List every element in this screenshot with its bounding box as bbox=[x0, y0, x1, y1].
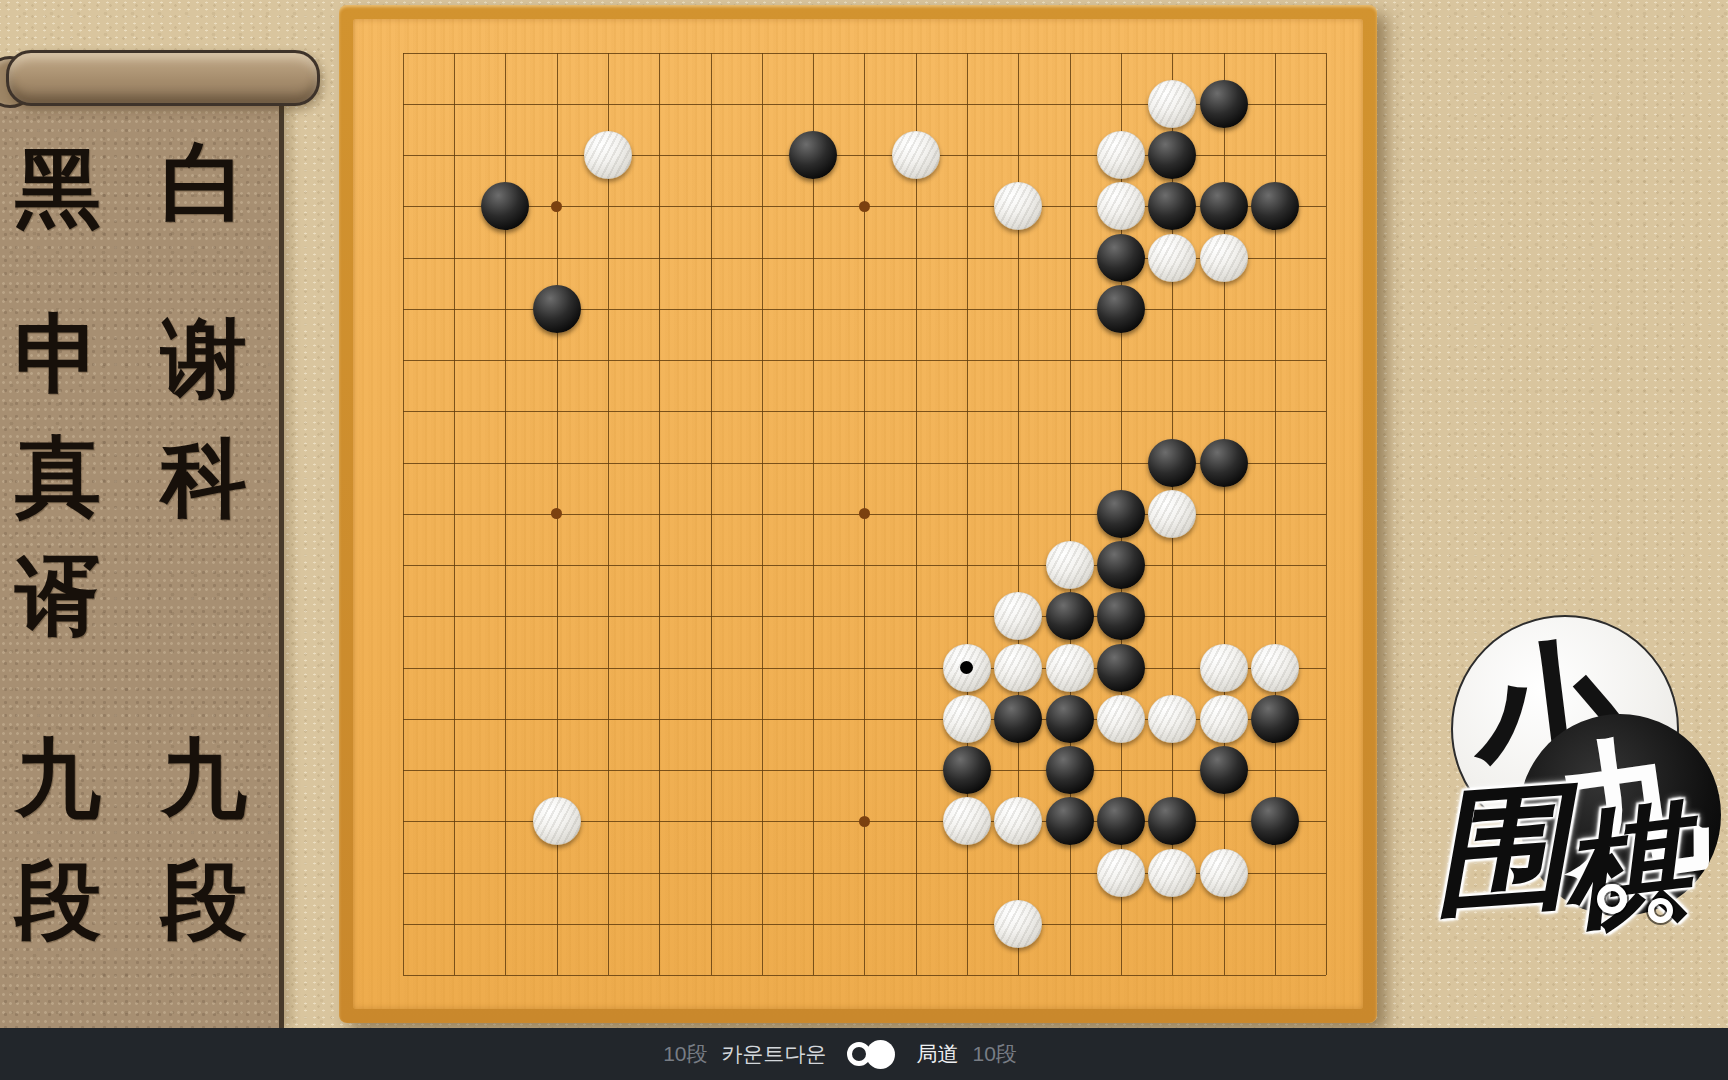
white-stone bbox=[1148, 234, 1196, 282]
white-stone bbox=[1148, 695, 1196, 743]
black-player-char: 申 bbox=[12, 312, 104, 398]
white-stone bbox=[1046, 644, 1094, 692]
white-stone bbox=[1200, 644, 1248, 692]
white-player-char: 科 bbox=[158, 436, 250, 522]
black-stone bbox=[1251, 182, 1299, 230]
white-stone bbox=[1200, 234, 1248, 282]
black-stone bbox=[1097, 490, 1145, 538]
white-stone-icon bbox=[866, 1040, 895, 1069]
black-stone bbox=[1046, 695, 1094, 743]
grid-line-v bbox=[1326, 53, 1327, 975]
white-stone bbox=[1097, 182, 1145, 230]
black-stone bbox=[1097, 797, 1145, 845]
white-stone bbox=[1148, 490, 1196, 538]
black-stone bbox=[1097, 644, 1145, 692]
black-stone bbox=[1097, 592, 1145, 640]
grid-line-h bbox=[403, 924, 1326, 925]
white-stone bbox=[994, 900, 1042, 948]
time-mode-label: 카운트다운 bbox=[722, 1040, 827, 1068]
white-stone bbox=[1097, 131, 1145, 179]
grid-line-h bbox=[403, 668, 1326, 669]
black-player-char: 真 bbox=[12, 434, 104, 520]
bottom-status-bar: 10段 카운트다운 局道 10段 bbox=[0, 1028, 1728, 1080]
white-player-char: 九 bbox=[158, 736, 250, 822]
black-stone bbox=[994, 695, 1042, 743]
white-stone bbox=[533, 797, 581, 845]
black-stone bbox=[1200, 746, 1248, 794]
logo-dot-icon bbox=[1648, 898, 1673, 923]
grid-line-h bbox=[403, 565, 1326, 566]
white-stone bbox=[994, 644, 1042, 692]
black-stone bbox=[533, 285, 581, 333]
black-player-char: 黑 bbox=[12, 146, 104, 232]
black-stone bbox=[1046, 797, 1094, 845]
black-stone bbox=[1200, 80, 1248, 128]
black-stone bbox=[1148, 439, 1196, 487]
star-point bbox=[859, 201, 870, 212]
black-stone bbox=[789, 131, 837, 179]
black-player-char: 九 bbox=[12, 736, 104, 822]
white-stone bbox=[1097, 849, 1145, 897]
black-stone bbox=[1251, 695, 1299, 743]
white-player-char: 谢 bbox=[158, 316, 250, 402]
black-stone bbox=[1046, 746, 1094, 794]
white-stone bbox=[892, 131, 940, 179]
logo-script-wei: 围 bbox=[1427, 777, 1572, 922]
white-stone bbox=[584, 131, 632, 179]
black-stone bbox=[943, 746, 991, 794]
grid-line-h bbox=[403, 770, 1326, 771]
logo-script-qi: 棋 bbox=[1555, 799, 1695, 939]
grid-line-v bbox=[916, 53, 917, 975]
grid-line-h bbox=[403, 616, 1326, 617]
white-player-char: 段 bbox=[158, 858, 250, 944]
black-player-char: 段 bbox=[12, 858, 104, 944]
last-move-marker bbox=[960, 661, 973, 674]
grid-line-h bbox=[403, 975, 1326, 976]
right-player-rank: 10段 bbox=[973, 1040, 1017, 1068]
go-board[interactable] bbox=[339, 5, 1377, 1023]
star-point bbox=[551, 201, 562, 212]
black-stone bbox=[1200, 182, 1248, 230]
left-player-rank: 10段 bbox=[663, 1040, 707, 1068]
logo-dot-icon bbox=[1597, 884, 1627, 914]
white-stone bbox=[943, 797, 991, 845]
black-stone bbox=[1097, 541, 1145, 589]
stones-toggle-icon[interactable] bbox=[847, 1039, 897, 1069]
black-stone bbox=[1097, 234, 1145, 282]
white-stone bbox=[1148, 80, 1196, 128]
white-stone bbox=[1046, 541, 1094, 589]
white-player-char: 白 bbox=[158, 140, 250, 226]
white-stone bbox=[943, 695, 991, 743]
scroll-roller bbox=[6, 50, 320, 106]
white-stone bbox=[1200, 695, 1248, 743]
black-stone bbox=[1097, 285, 1145, 333]
white-stone bbox=[943, 644, 991, 692]
white-stone bbox=[1200, 849, 1248, 897]
black-stone bbox=[1200, 439, 1248, 487]
white-stone bbox=[1251, 644, 1299, 692]
black-stone bbox=[1251, 797, 1299, 845]
site-label: 局道 bbox=[917, 1040, 959, 1068]
black-stone bbox=[1046, 592, 1094, 640]
star-point bbox=[859, 816, 870, 827]
white-stone bbox=[1148, 849, 1196, 897]
white-stone bbox=[1097, 695, 1145, 743]
black-player-char: 谞 bbox=[12, 554, 104, 640]
